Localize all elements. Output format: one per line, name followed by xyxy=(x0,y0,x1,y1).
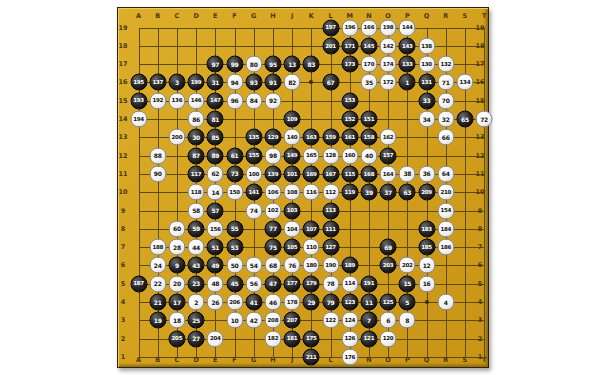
row-label-right: 4 xyxy=(478,299,483,306)
row-label-left: 15 xyxy=(118,97,127,104)
stone-black-M18[interactable]: 171 xyxy=(341,37,358,54)
stone-black-C16[interactable]: 3 xyxy=(168,74,185,91)
stone-black-C2[interactable]: 205 xyxy=(168,330,185,347)
stone-white-R14[interactable]: 32 xyxy=(437,111,454,128)
row-label-right: 15 xyxy=(475,97,484,104)
column-label-bottom: N xyxy=(366,357,371,364)
stone-white-E4[interactable]: 26 xyxy=(207,294,224,311)
row-label-right: 5 xyxy=(478,280,483,287)
stone-black-E15[interactable]: 147 xyxy=(207,92,224,109)
stone-black-B16[interactable]: 137 xyxy=(149,74,166,91)
stone-black-H8[interactable]: 77 xyxy=(264,220,281,237)
stone-white-D14[interactable]: 86 xyxy=(188,111,205,128)
stone-black-M15[interactable]: 153 xyxy=(341,92,358,109)
column-label-bottom: O xyxy=(385,357,391,364)
stone-black-L16[interactable]: 67 xyxy=(322,74,339,91)
stone-white-C8[interactable]: 60 xyxy=(168,220,185,237)
stone-black-N14[interactable]: 151 xyxy=(360,111,377,128)
stone-black-D12[interactable]: 87 xyxy=(188,147,205,164)
stone-black-P10[interactable]: 63 xyxy=(399,184,416,201)
stone-black-M13[interactable]: 161 xyxy=(341,129,358,146)
row-label-left: 11 xyxy=(118,171,127,178)
stone-black-L13[interactable]: 159 xyxy=(322,129,339,146)
stone-black-L4[interactable]: 79 xyxy=(322,294,339,311)
row-label-left: 17 xyxy=(118,61,127,68)
stone-black-L11[interactable]: 167 xyxy=(322,165,339,182)
stone-black-F17[interactable]: 99 xyxy=(226,56,243,73)
stone-white-O19[interactable]: 198 xyxy=(380,19,397,36)
stone-white-D9[interactable]: 58 xyxy=(188,202,205,219)
stone-black-O4[interactable]: 125 xyxy=(380,294,397,311)
stone-black-A16[interactable]: 195 xyxy=(130,74,147,91)
stone-black-E7[interactable]: 51 xyxy=(207,239,224,256)
column-label-top: C xyxy=(175,13,180,20)
stone-black-Q7[interactable]: 185 xyxy=(418,239,435,256)
stone-white-H3[interactable]: 208 xyxy=(264,312,281,329)
stone-white-D7[interactable]: 44 xyxy=(188,239,205,256)
column-label-top: J xyxy=(291,13,293,20)
stone-white-K10[interactable]: 116 xyxy=(303,184,320,201)
stone-white-M12[interactable]: 160 xyxy=(341,147,358,164)
stone-black-D11[interactable]: 117 xyxy=(188,165,205,182)
row-label-right: 12 xyxy=(475,152,484,159)
stone-white-T14[interactable]: 72 xyxy=(476,111,493,128)
stone-white-A14[interactable]: 194 xyxy=(130,111,147,128)
stone-white-F6[interactable]: 50 xyxy=(226,257,243,274)
stone-black-J7[interactable]: 105 xyxy=(284,239,301,256)
stone-white-B12[interactable]: 88 xyxy=(149,147,166,164)
column-label-top: T xyxy=(482,13,486,20)
stone-white-H15[interactable]: 92 xyxy=(264,92,281,109)
stone-white-Q6[interactable]: 12 xyxy=(418,257,435,274)
stone-black-M6[interactable]: 189 xyxy=(341,257,358,274)
stone-black-K8[interactable]: 107 xyxy=(303,220,320,237)
column-label-top: Q xyxy=(424,13,430,20)
stone-black-L9[interactable]: 113 xyxy=(322,202,339,219)
row-label-right: 3 xyxy=(478,317,483,324)
column-label-top: S xyxy=(463,13,468,20)
column-label-bottom: C xyxy=(175,357,180,364)
stone-white-Q14[interactable]: 34 xyxy=(418,111,435,128)
row-label-left: 7 xyxy=(121,244,126,251)
stone-black-S14[interactable]: 65 xyxy=(456,111,473,128)
stone-white-F4[interactable]: 206 xyxy=(226,294,243,311)
stone-black-G16[interactable]: 93 xyxy=(245,74,262,91)
stone-white-O11[interactable]: 164 xyxy=(380,165,397,182)
column-label-top: K xyxy=(309,13,314,20)
column-label-bottom: D xyxy=(193,357,198,364)
column-label-top: A xyxy=(136,13,141,20)
stone-black-K2[interactable]: 175 xyxy=(303,330,320,347)
stone-white-R7[interactable]: 186 xyxy=(437,239,454,256)
stone-white-M2[interactable]: 126 xyxy=(341,330,358,347)
stone-black-G13[interactable]: 135 xyxy=(245,129,262,146)
stone-white-E11[interactable]: 62 xyxy=(207,165,224,182)
stone-white-M1[interactable]: 176 xyxy=(341,348,358,365)
stone-white-G17[interactable]: 80 xyxy=(245,56,262,73)
stone-white-L3[interactable]: 122 xyxy=(322,312,339,329)
stone-white-L12[interactable]: 128 xyxy=(322,147,339,164)
stone-white-M3[interactable]: 124 xyxy=(341,312,358,329)
stone-black-E17[interactable]: 97 xyxy=(207,56,224,73)
column-label-top: F xyxy=(232,13,236,20)
stone-white-M5[interactable]: 114 xyxy=(341,275,358,292)
row-label-left: 2 xyxy=(121,335,126,342)
stone-black-D8[interactable]: 59 xyxy=(188,220,205,237)
stone-black-H11[interactable]: 139 xyxy=(264,165,281,182)
stone-black-Q10[interactable]: 209 xyxy=(418,184,435,201)
stone-black-N3[interactable]: 7 xyxy=(360,312,377,329)
column-label-bottom: E xyxy=(213,357,217,364)
row-label-right: 6 xyxy=(478,262,483,269)
stone-black-D16[interactable]: 199 xyxy=(188,74,205,91)
stone-white-R10[interactable]: 210 xyxy=(437,184,454,201)
stone-white-R8[interactable]: 184 xyxy=(437,220,454,237)
stone-white-N17[interactable]: 170 xyxy=(360,56,377,73)
stone-black-H5[interactable]: 47 xyxy=(264,275,281,292)
column-label-bottom: L xyxy=(328,357,332,364)
stone-white-K12[interactable]: 165 xyxy=(303,147,320,164)
stone-white-R15[interactable]: 70 xyxy=(437,92,454,109)
stone-black-A5[interactable]: 187 xyxy=(130,275,147,292)
stone-white-F10[interactable]: 150 xyxy=(226,184,243,201)
stone-white-O16[interactable]: 172 xyxy=(380,74,397,91)
stone-white-J6[interactable]: 76 xyxy=(284,257,301,274)
stone-black-J17[interactable]: 13 xyxy=(284,56,301,73)
column-label-bottom: G xyxy=(251,357,256,364)
stone-black-J3[interactable]: 207 xyxy=(284,312,301,329)
stone-black-L7[interactable]: 127 xyxy=(322,239,339,256)
stone-black-P5[interactable]: 15 xyxy=(399,275,416,292)
row-label-left: 13 xyxy=(118,134,127,141)
row-label-right: 13 xyxy=(475,134,484,141)
stone-white-D10[interactable]: 118 xyxy=(188,184,205,201)
row-label-right: 8 xyxy=(478,226,483,233)
column-label-bottom: F xyxy=(232,357,236,364)
stone-black-K1[interactable]: 211 xyxy=(303,348,320,365)
stone-white-J13[interactable]: 140 xyxy=(284,129,301,146)
column-label-top: H xyxy=(270,13,275,20)
stone-black-O10[interactable]: 37 xyxy=(380,184,397,201)
stone-black-J5[interactable]: 177 xyxy=(284,275,301,292)
stone-white-N19[interactable]: 166 xyxy=(360,19,377,36)
stone-black-G4[interactable]: 41 xyxy=(245,294,262,311)
stone-white-C15[interactable]: 136 xyxy=(168,92,185,109)
stone-black-E6[interactable]: 49 xyxy=(207,257,224,274)
stone-black-E9[interactable]: 57 xyxy=(207,202,224,219)
stone-black-C4[interactable]: 17 xyxy=(168,294,185,311)
stone-white-G5[interactable]: 56 xyxy=(245,275,262,292)
row-label-right: 16 xyxy=(475,79,484,86)
stone-white-O2[interactable]: 120 xyxy=(380,330,397,347)
stone-white-L5[interactable]: 78 xyxy=(322,275,339,292)
stone-white-E2[interactable]: 204 xyxy=(207,330,224,347)
stone-black-A15[interactable]: 193 xyxy=(130,92,147,109)
stone-black-B4[interactable]: 21 xyxy=(149,294,166,311)
stone-white-F3[interactable]: 10 xyxy=(226,312,243,329)
stone-black-F8[interactable]: 55 xyxy=(226,220,243,237)
stone-black-O6[interactable]: 203 xyxy=(380,257,397,274)
stone-black-L8[interactable]: 111 xyxy=(322,220,339,237)
column-label-bottom: S xyxy=(463,357,468,364)
stone-black-P16[interactable]: 1 xyxy=(399,74,416,91)
stone-black-H13[interactable]: 129 xyxy=(264,129,281,146)
stone-white-N12[interactable]: 40 xyxy=(360,147,377,164)
stone-white-O13[interactable]: 162 xyxy=(380,129,397,146)
stone-white-G6[interactable]: 54 xyxy=(245,257,262,274)
stone-black-E16[interactable]: 31 xyxy=(207,74,224,91)
stone-white-R11[interactable]: 64 xyxy=(437,165,454,182)
column-label-bottom: B xyxy=(155,357,160,364)
stone-white-G11[interactable]: 100 xyxy=(245,165,262,182)
star-point xyxy=(309,80,313,84)
row-label-left: 18 xyxy=(118,43,127,50)
stone-white-D4[interactable]: 2 xyxy=(188,294,205,311)
row-label-left: 19 xyxy=(118,24,127,31)
stone-white-O3[interactable]: 6 xyxy=(380,312,397,329)
stone-white-L6[interactable]: 190 xyxy=(322,257,339,274)
stone-black-G10[interactable]: 141 xyxy=(245,184,262,201)
stone-black-D2[interactable]: 27 xyxy=(188,330,205,347)
row-label-left: 1 xyxy=(121,354,126,361)
stone-black-K17[interactable]: 83 xyxy=(303,56,320,73)
stone-black-Q8[interactable]: 183 xyxy=(418,220,435,237)
stone-white-J8[interactable]: 104 xyxy=(284,220,301,237)
stone-white-Q17[interactable]: 130 xyxy=(418,56,435,73)
stone-black-N13[interactable]: 158 xyxy=(360,129,377,146)
stone-white-Q5[interactable]: 16 xyxy=(418,275,435,292)
row-label-right: 10 xyxy=(475,189,484,196)
stone-black-H17[interactable]: 95 xyxy=(264,56,281,73)
row-label-right: 11 xyxy=(475,171,484,178)
stone-white-L10[interactable]: 112 xyxy=(322,184,339,201)
stone-black-B3[interactable]: 19 xyxy=(149,312,166,329)
stone-black-K4[interactable]: 29 xyxy=(303,294,320,311)
stone-black-K11[interactable]: 169 xyxy=(303,165,320,182)
stone-white-P6[interactable]: 202 xyxy=(399,257,416,274)
stone-white-R16[interactable]: 71 xyxy=(437,74,454,91)
stone-white-H10[interactable]: 106 xyxy=(264,184,281,201)
stone-black-M17[interactable]: 173 xyxy=(341,56,358,73)
stone-black-J11[interactable]: 101 xyxy=(284,165,301,182)
row-label-left: 6 xyxy=(121,262,126,269)
stone-white-J16[interactable]: 82 xyxy=(284,74,301,91)
stone-black-E13[interactable]: 85 xyxy=(207,129,224,146)
stone-black-D13[interactable]: 30 xyxy=(188,129,205,146)
stone-black-Q15[interactable]: 33 xyxy=(418,92,435,109)
row-label-right: 7 xyxy=(478,244,483,251)
stone-black-C6[interactable]: 9 xyxy=(168,257,185,274)
row-label-right: 1 xyxy=(478,354,483,361)
stone-white-H9[interactable]: 102 xyxy=(264,202,281,219)
stone-white-E10[interactable]: 14 xyxy=(207,184,224,201)
stone-white-G3[interactable]: 42 xyxy=(245,312,262,329)
stone-black-D5[interactable]: 23 xyxy=(188,275,205,292)
column-label-top: G xyxy=(251,13,256,20)
row-label-left: 5 xyxy=(121,280,126,287)
stone-white-H2[interactable]: 182 xyxy=(264,330,281,347)
row-label-left: 14 xyxy=(118,116,127,123)
stone-black-K13[interactable]: 163 xyxy=(303,129,320,146)
stone-black-N4[interactable]: 11 xyxy=(360,294,377,311)
row-label-right: 19 xyxy=(475,24,484,31)
go-board[interactable]: AABBCCDDEEFFGGHHJJKKLLMMNNOOPPQQRRSSTT19… xyxy=(117,7,489,368)
stone-black-M11[interactable]: 115 xyxy=(341,165,358,182)
stone-black-E14[interactable]: 81 xyxy=(207,111,224,128)
stone-white-P19[interactable]: 144 xyxy=(399,19,416,36)
column-label-bottom: A xyxy=(136,357,141,364)
stone-black-P4[interactable]: 5 xyxy=(399,294,416,311)
stone-white-R4[interactable]: 4 xyxy=(437,294,454,311)
stone-white-B5[interactable]: 22 xyxy=(149,275,166,292)
column-label-top: B xyxy=(155,13,160,20)
stone-white-H6[interactable]: 68 xyxy=(264,257,281,274)
stone-black-L18[interactable]: 201 xyxy=(322,37,339,54)
row-label-left: 4 xyxy=(121,299,126,306)
column-label-top: R xyxy=(443,13,448,20)
stone-black-H16[interactable]: 91 xyxy=(264,74,281,91)
stone-white-H4[interactable]: 46 xyxy=(264,294,281,311)
row-label-left: 16 xyxy=(118,79,127,86)
stone-black-M14[interactable]: 152 xyxy=(341,111,358,128)
stone-white-B15[interactable]: 192 xyxy=(149,92,166,109)
stone-black-J14[interactable]: 109 xyxy=(284,111,301,128)
stone-white-R9[interactable]: 154 xyxy=(437,202,454,219)
stone-black-L19[interactable]: 197 xyxy=(322,19,339,36)
stone-black-O12[interactable]: 157 xyxy=(380,147,397,164)
row-label-left: 10 xyxy=(118,189,127,196)
stone-black-P18[interactable]: 143 xyxy=(399,37,416,54)
stone-white-D15[interactable]: 146 xyxy=(188,92,205,109)
stone-black-J9[interactable]: 103 xyxy=(284,202,301,219)
stone-white-O18[interactable]: 142 xyxy=(380,37,397,54)
stone-white-E8[interactable]: 156 xyxy=(207,220,224,237)
stone-black-F7[interactable]: 53 xyxy=(226,239,243,256)
stone-white-S16[interactable]: 134 xyxy=(456,74,473,91)
column-label-bottom: P xyxy=(405,357,410,364)
stone-white-K6[interactable]: 180 xyxy=(303,257,320,274)
row-label-right: 9 xyxy=(478,207,483,214)
stone-white-C3[interactable]: 18 xyxy=(168,312,185,329)
column-label-bottom: H xyxy=(270,357,275,364)
stone-black-H7[interactable]: 75 xyxy=(264,239,281,256)
stone-white-R17[interactable]: 132 xyxy=(437,56,454,73)
stone-white-M19[interactable]: 196 xyxy=(341,19,358,36)
stone-black-K5[interactable]: 179 xyxy=(303,275,320,292)
row-label-left: 8 xyxy=(121,226,126,233)
stone-white-G9[interactable]: 74 xyxy=(245,202,262,219)
stone-black-G12[interactable]: 155 xyxy=(245,147,262,164)
column-label-bottom: R xyxy=(443,357,448,364)
stone-black-N11[interactable]: 168 xyxy=(360,165,377,182)
stone-white-K7[interactable]: 110 xyxy=(303,239,320,256)
stone-black-N18[interactable]: 145 xyxy=(360,37,377,54)
stone-white-B6[interactable]: 24 xyxy=(149,257,166,274)
row-label-left: 9 xyxy=(121,207,126,214)
row-label-right: 2 xyxy=(478,335,483,342)
stone-white-C13[interactable]: 200 xyxy=(168,129,185,146)
stone-black-F12[interactable]: 61 xyxy=(226,147,243,164)
row-label-right: 18 xyxy=(475,43,484,50)
stone-white-Q11[interactable]: 36 xyxy=(418,165,435,182)
stone-black-J2[interactable]: 181 xyxy=(284,330,301,347)
stone-black-O7[interactable]: 69 xyxy=(380,239,397,256)
star-point xyxy=(425,300,429,304)
stone-white-Q18[interactable]: 138 xyxy=(418,37,435,54)
stone-white-H12[interactable]: 98 xyxy=(264,147,281,164)
stone-black-J12[interactable]: 149 xyxy=(284,147,301,164)
stone-white-P11[interactable]: 38 xyxy=(399,165,416,182)
stone-black-N10[interactable]: 39 xyxy=(360,184,377,201)
stone-white-J10[interactable]: 108 xyxy=(284,184,301,201)
stone-black-F11[interactable]: 73 xyxy=(226,165,243,182)
stone-white-J4[interactable]: 178 xyxy=(284,294,301,311)
stone-white-P3[interactable]: 8 xyxy=(399,312,416,329)
column-label-top: E xyxy=(213,13,217,20)
row-label-left: 3 xyxy=(121,317,126,324)
stone-black-E12[interactable]: 89 xyxy=(207,147,224,164)
column-label-bottom: J xyxy=(291,357,293,364)
stone-white-R13[interactable]: 66 xyxy=(437,129,454,146)
stone-white-B7[interactable]: 188 xyxy=(149,239,166,256)
stone-black-D3[interactable]: 25 xyxy=(188,312,205,329)
stone-black-N2[interactable]: 121 xyxy=(360,330,377,347)
stone-black-N5[interactable]: 191 xyxy=(360,275,377,292)
row-label-right: 17 xyxy=(475,61,484,68)
stone-black-D6[interactable]: 43 xyxy=(188,257,205,274)
stone-white-N16[interactable]: 35 xyxy=(360,74,377,91)
column-label-top: D xyxy=(193,13,198,20)
stone-black-Q16[interactable]: 131 xyxy=(418,74,435,91)
stone-white-F15[interactable]: 96 xyxy=(226,92,243,109)
stone-black-M4[interactable]: 123 xyxy=(341,294,358,311)
stone-white-F16[interactable]: 94 xyxy=(226,74,243,91)
stone-white-O17[interactable]: 174 xyxy=(380,56,397,73)
stone-white-C5[interactable]: 20 xyxy=(168,275,185,292)
stone-white-G15[interactable]: 84 xyxy=(245,92,262,109)
column-label-bottom: Q xyxy=(424,357,430,364)
stone-white-B11[interactable]: 90 xyxy=(149,165,166,182)
stone-black-F5[interactable]: 45 xyxy=(226,275,243,292)
stone-white-C7[interactable]: 28 xyxy=(168,239,185,256)
row-label-left: 12 xyxy=(118,152,127,159)
stone-black-P17[interactable]: 133 xyxy=(399,56,416,73)
stone-black-M10[interactable]: 119 xyxy=(341,184,358,201)
stone-white-E5[interactable]: 48 xyxy=(207,275,224,292)
